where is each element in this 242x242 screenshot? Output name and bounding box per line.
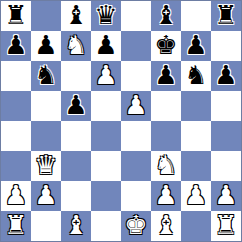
- square-f7[interactable]: ♚: [151, 31, 181, 61]
- square-b6[interactable]: ♞: [31, 61, 61, 91]
- piece-black-pawn[interactable]: ♟: [34, 32, 57, 58]
- square-a5[interactable]: [1, 91, 31, 121]
- piece-black-pawn[interactable]: ♟: [214, 62, 237, 88]
- piece-white-pawn[interactable]: ♟: [34, 182, 57, 208]
- square-d7[interactable]: ♟: [91, 31, 121, 61]
- square-b7[interactable]: ♟: [31, 31, 61, 61]
- square-a4[interactable]: [1, 121, 31, 151]
- square-f3[interactable]: ♞: [151, 151, 181, 181]
- square-b8[interactable]: [31, 1, 61, 31]
- square-f5[interactable]: [151, 91, 181, 121]
- square-a8[interactable]: ♜: [1, 1, 31, 31]
- piece-black-pawn[interactable]: ♟: [184, 32, 207, 58]
- piece-black-knight[interactable]: ♞: [34, 62, 57, 88]
- piece-black-pawn[interactable]: ♟: [64, 92, 87, 118]
- piece-white-pawn[interactable]: ♟: [184, 182, 207, 208]
- square-b5[interactable]: [31, 91, 61, 121]
- square-f1[interactable]: ♝: [151, 211, 181, 241]
- piece-white-pawn[interactable]: ♟: [4, 182, 27, 208]
- square-g4[interactable]: [181, 121, 211, 151]
- square-h3[interactable]: [211, 151, 241, 181]
- square-a6[interactable]: [1, 61, 31, 91]
- square-h2[interactable]: ♟: [211, 181, 241, 211]
- piece-black-rook[interactable]: ♜: [4, 2, 27, 28]
- piece-black-pawn[interactable]: ♟: [94, 32, 117, 58]
- square-h4[interactable]: [211, 121, 241, 151]
- square-c6[interactable]: [61, 61, 91, 91]
- piece-white-knight[interactable]: ♞: [154, 152, 177, 178]
- square-g8[interactable]: [181, 1, 211, 31]
- square-e7[interactable]: [121, 31, 151, 61]
- piece-white-rook[interactable]: ♜: [4, 212, 27, 238]
- square-b4[interactable]: [31, 121, 61, 151]
- square-c3[interactable]: [61, 151, 91, 181]
- square-h6[interactable]: ♟: [211, 61, 241, 91]
- square-e3[interactable]: [121, 151, 151, 181]
- square-b2[interactable]: ♟: [31, 181, 61, 211]
- square-g7[interactable]: ♟: [181, 31, 211, 61]
- square-e1[interactable]: ♚: [121, 211, 151, 241]
- square-a1[interactable]: ♜: [1, 211, 31, 241]
- square-f8[interactable]: ♝: [151, 1, 181, 31]
- square-g6[interactable]: ♞: [181, 61, 211, 91]
- piece-white-pawn[interactable]: ♟: [214, 182, 237, 208]
- piece-white-king[interactable]: ♚: [124, 212, 147, 238]
- square-f4[interactable]: [151, 121, 181, 151]
- piece-black-bishop[interactable]: ♝: [64, 2, 87, 28]
- square-e2[interactable]: [121, 181, 151, 211]
- square-e8[interactable]: [121, 1, 151, 31]
- square-g1[interactable]: [181, 211, 211, 241]
- piece-black-pawn[interactable]: ♟: [154, 62, 177, 88]
- square-b3[interactable]: ♛: [31, 151, 61, 181]
- square-d4[interactable]: [91, 121, 121, 151]
- square-b1[interactable]: [31, 211, 61, 241]
- square-e5[interactable]: ♟: [121, 91, 151, 121]
- piece-white-pawn[interactable]: ♟: [154, 182, 177, 208]
- square-c5[interactable]: ♟: [61, 91, 91, 121]
- square-h7[interactable]: [211, 31, 241, 61]
- square-a3[interactable]: [1, 151, 31, 181]
- square-c2[interactable]: [61, 181, 91, 211]
- piece-black-bishop[interactable]: ♝: [154, 2, 177, 28]
- piece-white-bishop[interactable]: ♝: [154, 212, 177, 238]
- piece-black-queen[interactable]: ♛: [94, 2, 117, 28]
- square-g2[interactable]: ♟: [181, 181, 211, 211]
- square-h1[interactable]: ♜: [211, 211, 241, 241]
- square-a7[interactable]: ♟: [1, 31, 31, 61]
- square-g5[interactable]: [181, 91, 211, 121]
- piece-black-rook[interactable]: ♜: [214, 2, 237, 28]
- square-c8[interactable]: ♝: [61, 1, 91, 31]
- square-g3[interactable]: [181, 151, 211, 181]
- square-d1[interactable]: [91, 211, 121, 241]
- square-c1[interactable]: ♝: [61, 211, 91, 241]
- piece-white-bishop[interactable]: ♝: [64, 212, 87, 238]
- square-c4[interactable]: [61, 121, 91, 151]
- square-d6[interactable]: ♟: [91, 61, 121, 91]
- piece-white-pawn[interactable]: ♟: [124, 92, 147, 118]
- chess-board: ♜♝♛♝♜♟♟♞♟♚♟♞♟♟♞♟♟♟♛♞♟♟♟♟♟♜♝♚♝♜: [0, 0, 242, 242]
- piece-white-knight[interactable]: ♞: [64, 32, 87, 58]
- piece-black-king[interactable]: ♚: [154, 32, 177, 58]
- piece-white-pawn[interactable]: ♟: [94, 62, 117, 88]
- square-d2[interactable]: [91, 181, 121, 211]
- square-f6[interactable]: ♟: [151, 61, 181, 91]
- piece-black-knight[interactable]: ♞: [184, 62, 207, 88]
- square-h8[interactable]: ♜: [211, 1, 241, 31]
- piece-black-pawn[interactable]: ♟: [4, 32, 27, 58]
- square-d8[interactable]: ♛: [91, 1, 121, 31]
- square-d5[interactable]: [91, 91, 121, 121]
- piece-white-rook[interactable]: ♜: [214, 212, 237, 238]
- square-e4[interactable]: [121, 121, 151, 151]
- square-c7[interactable]: ♞: [61, 31, 91, 61]
- square-d3[interactable]: [91, 151, 121, 181]
- square-a2[interactable]: ♟: [1, 181, 31, 211]
- square-e6[interactable]: [121, 61, 151, 91]
- square-f2[interactable]: ♟: [151, 181, 181, 211]
- square-h5[interactable]: [211, 91, 241, 121]
- piece-white-queen[interactable]: ♛: [34, 152, 57, 178]
